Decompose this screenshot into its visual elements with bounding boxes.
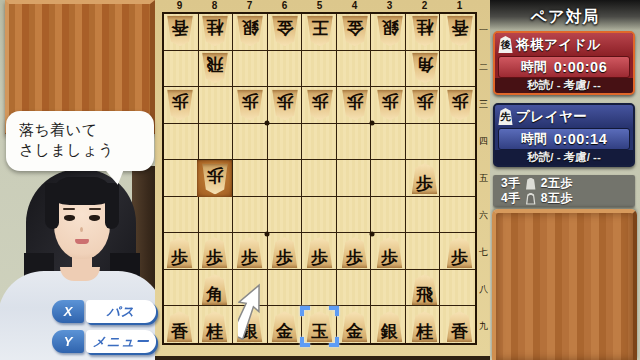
gote-badge-icon: 後 [498,36,513,53]
square-9-2[interactable] [164,51,199,88]
square-3-5[interactable] [371,160,406,197]
gote-piece-icon [526,193,536,205]
square-7-2[interactable] [233,51,268,88]
square-6-6[interactable] [268,197,303,234]
square-4-5[interactable] [337,160,372,197]
square-9-6[interactable] [164,197,199,234]
gote-byoyomi: 秒読/ - 考慮/ -- [495,78,633,93]
square-1-8[interactable] [440,270,475,307]
star-point [370,121,375,126]
sente-time-value: 0:00:14 [554,131,607,147]
square-5-2[interactable] [302,51,337,88]
move-history-row: 3手2五歩 [493,176,635,191]
square-7-6[interactable] [233,197,268,234]
piece-stand [492,209,637,360]
square-8-6[interactable] [199,197,234,234]
rank-label-1: 一 [477,12,490,49]
square-5-8[interactable] [302,270,337,307]
square-8-4[interactable] [199,124,234,161]
rank-label-6: 六 [477,197,490,234]
sente-player-panel: 先 プレイヤー 時間 0:00:14 秒読/ - 考慮/ -- [493,103,635,167]
square-6-4[interactable] [268,124,303,161]
square-2-4[interactable] [406,124,441,161]
square-6-5[interactable] [268,160,303,197]
y-key-icon[interactable]: Y [52,330,84,353]
sente-time-label: 時間 [521,130,547,148]
sente-player-name: プレイヤー [516,108,587,126]
file-label-3: 3 [372,0,407,12]
sente-piece-icon [526,178,536,190]
file-label-7: 7 [232,0,267,12]
menu-button[interactable]: Y メニュー [52,330,156,353]
file-labels: 987654321 [162,0,477,12]
square-9-4[interactable] [164,124,199,161]
board-shadow [155,356,490,360]
gote-player-name: 将棋アイドル [516,36,601,54]
move-history-row: 4手8五歩 [493,191,635,206]
rank-labels: 一二三四五六七八九 [477,12,490,345]
square-9-8[interactable] [164,270,199,307]
square-3-8[interactable] [371,270,406,307]
square-8-3[interactable] [199,87,234,124]
menu-button-label[interactable]: メニュー [86,330,156,353]
square-2-7[interactable] [406,233,441,270]
info-sidebar: ペア対局 後 将棋アイドル 時間 0:00:06 秒読/ - 考慮/ -- 先 … [490,0,640,360]
file-label-2: 2 [407,0,442,12]
square-4-4[interactable] [337,124,372,161]
star-point [265,232,270,237]
speech-line-2: さしましょう [19,140,154,160]
square-6-2[interactable] [268,51,303,88]
square-4-6[interactable] [337,197,372,234]
file-label-5: 5 [302,0,337,12]
square-4-2[interactable] [337,51,372,88]
rank-label-8: 八 [477,271,490,308]
square-1-6[interactable] [440,197,475,234]
selection-cursor [302,308,337,345]
speech-line-1: 落ち着いて [19,120,154,140]
file-label-6: 6 [267,0,302,12]
rank-label-5: 五 [477,160,490,197]
square-2-6[interactable] [406,197,441,234]
mode-title: ペア対局 [490,7,640,28]
file-label-8: 8 [197,0,232,12]
shogi-board: 987654321 一二三四五六七八九 香桂銀金王金銀桂香飛角歩歩歩歩歩歩歩歩歩… [155,0,490,356]
file-label-9: 9 [162,0,197,12]
file-label-1: 1 [442,0,477,12]
sente-byoyomi: 秒読/ - 考慮/ -- [495,150,633,165]
square-5-5[interactable] [302,160,337,197]
gote-player-panel: 後 将棋アイドル 時間 0:00:06 秒読/ - 考慮/ -- [493,31,635,95]
sente-badge-icon: 先 [498,108,513,125]
square-1-5[interactable] [440,160,475,197]
square-5-4[interactable] [302,124,337,161]
rank-label-7: 七 [477,234,490,271]
rank-label-2: 二 [477,49,490,86]
x-key-icon[interactable]: X [52,300,84,323]
square-1-4[interactable] [440,124,475,161]
square-9-5[interactable] [164,160,199,197]
star-point [370,232,375,237]
square-4-8[interactable] [337,270,372,307]
pass-button[interactable]: X パス [52,300,156,323]
speech-bubble: 落ち着いて さしましょう [6,111,154,171]
pass-button-label[interactable]: パス [86,300,156,323]
square-7-5[interactable] [233,160,268,197]
rank-label-4: 四 [477,123,490,160]
square-3-4[interactable] [371,124,406,161]
square-3-2[interactable] [371,51,406,88]
rank-label-9: 九 [477,308,490,345]
square-5-6[interactable] [302,197,337,234]
rank-label-3: 三 [477,86,490,123]
gote-time-label: 時間 [521,58,547,76]
file-label-4: 4 [337,0,372,12]
square-3-6[interactable] [371,197,406,234]
star-point [265,121,270,126]
move-history: 3手2五歩4手8五歩 [493,175,635,207]
square-1-2[interactable] [440,51,475,88]
pointer-arrow-cursor [238,282,283,347]
square-7-4[interactable] [233,124,268,161]
gote-time-value: 0:00:06 [554,59,607,75]
